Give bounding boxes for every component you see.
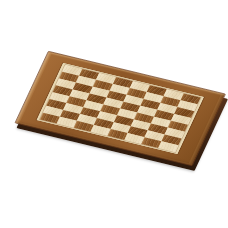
product-photo-scene bbox=[0, 0, 228, 228]
chessboard bbox=[15, 51, 227, 166]
frame-inlay-line bbox=[37, 63, 204, 154]
